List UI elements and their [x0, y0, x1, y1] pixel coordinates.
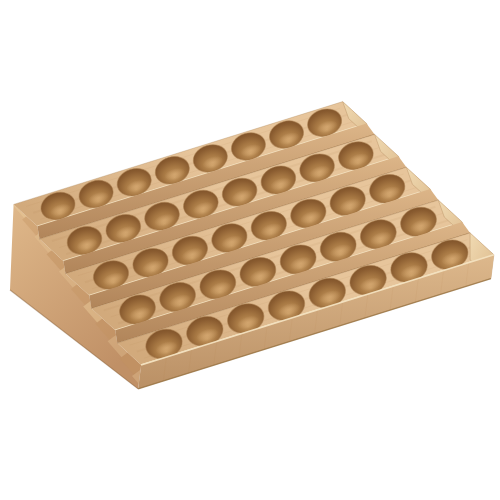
product-photo: Five-tier natural wood display rack with… [0, 0, 500, 500]
wooden-tiered-rack [0, 0, 500, 500]
